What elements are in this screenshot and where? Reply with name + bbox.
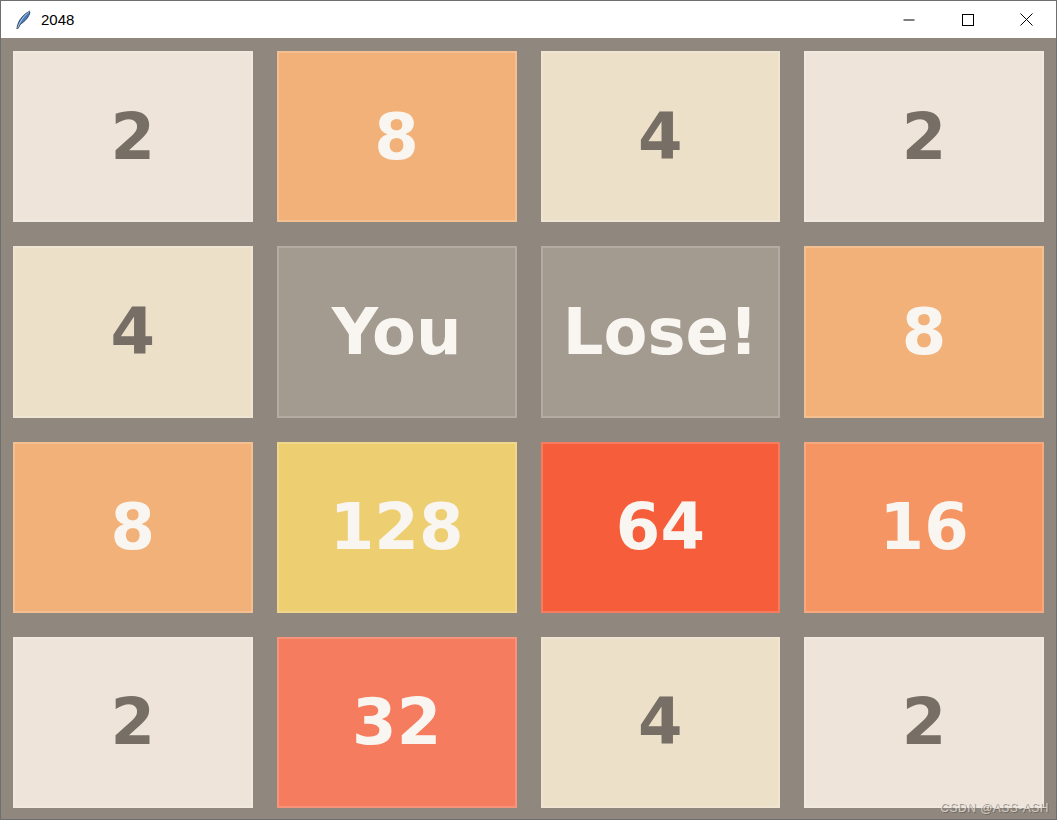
- tile-64-r3c3: 64: [541, 442, 781, 613]
- game-window: 2048 28424YouLose!88128641623242 CSDN @A…: [0, 0, 1057, 820]
- tile-16-r3c4: 16: [804, 442, 1044, 613]
- window-title: 2048: [41, 11, 74, 28]
- tile-8-r2c4: 8: [804, 246, 1044, 417]
- tile-4-r1c3: 4: [541, 51, 781, 222]
- tile-2-r4c1: 2: [13, 637, 253, 808]
- maximize-icon: [962, 14, 974, 26]
- tile-128-r3c2: 128: [277, 442, 517, 613]
- message-cell-r2c3: Lose!: [541, 246, 781, 417]
- minimize-icon: [903, 14, 915, 26]
- tile-4-r2c1: 4: [13, 246, 253, 417]
- board-grid: 28424YouLose!88128641623242: [1, 38, 1056, 820]
- tk-feather-icon: [14, 10, 32, 30]
- tile-32-r4c2: 32: [277, 637, 517, 808]
- tile-8-r3c1: 8: [13, 442, 253, 613]
- tile-4-r4c3: 4: [541, 637, 781, 808]
- tile-2-r1c4: 2: [804, 51, 1044, 222]
- close-button[interactable]: [997, 1, 1056, 38]
- close-icon: [1020, 13, 1033, 26]
- minimize-button[interactable]: [879, 1, 938, 38]
- tile-2-r4c4: 2: [804, 637, 1044, 808]
- title-bar: 2048: [1, 1, 1056, 38]
- maximize-button[interactable]: [938, 1, 997, 38]
- tile-8-r1c2: 8: [277, 51, 517, 222]
- tile-2-r1c1: 2: [13, 51, 253, 222]
- message-cell-r2c2: You: [277, 246, 517, 417]
